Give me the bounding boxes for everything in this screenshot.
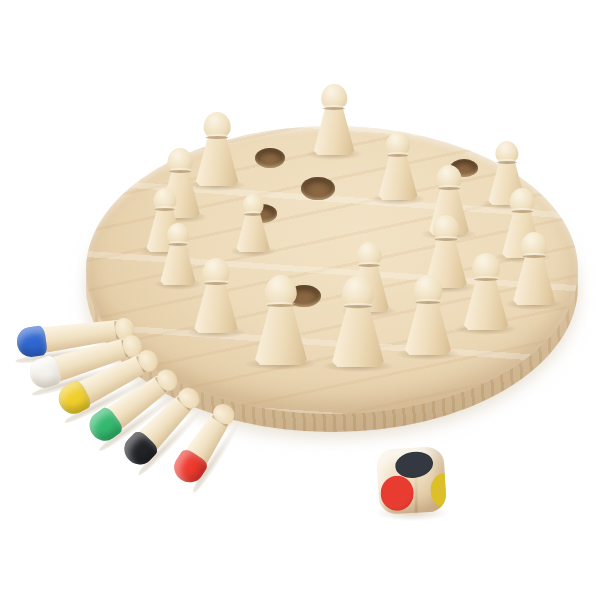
peg-neck-ring [169, 243, 188, 246]
peg-head [521, 232, 547, 258]
die-face-yellow [430, 473, 447, 509]
wooden-peg[interactable] [253, 275, 309, 365]
peg-neck-ring [438, 187, 460, 190]
peg-head [202, 258, 229, 285]
peg-neck-ring [169, 170, 191, 173]
wooden-peg[interactable] [403, 275, 453, 355]
wooden-peg[interactable] [512, 232, 557, 305]
wooden-peg[interactable] [377, 132, 419, 200]
wooden-peg[interactable] [462, 253, 510, 330]
peg-neck-ring [344, 305, 372, 308]
wooden-peg[interactable] [159, 223, 197, 285]
die-edge [415, 472, 418, 514]
peg-neck-ring [435, 238, 458, 241]
peg-head [265, 275, 297, 307]
board-hole[interactable] [301, 177, 335, 200]
board-hole[interactable] [255, 148, 285, 168]
peg-neck-ring [267, 304, 295, 307]
peg-neck-ring [497, 161, 517, 164]
peg-neck-ring [523, 255, 546, 258]
peg-neck-ring [206, 136, 229, 139]
die-face-red [380, 475, 415, 512]
wooden-peg[interactable] [312, 84, 356, 155]
color-die[interactable] [376, 446, 446, 514]
memory-chess-product-photo [0, 0, 600, 600]
peg-head [414, 275, 443, 304]
wooden-peg[interactable] [330, 276, 386, 367]
peg-neck-ring [416, 301, 441, 304]
wooden-peg[interactable] [235, 194, 271, 252]
peg-head [342, 276, 374, 309]
peg-neck-ring [244, 213, 262, 216]
peg-neck-ring [474, 278, 498, 281]
stick-color-tip-blue [15, 325, 48, 359]
peg-neck-ring [358, 264, 380, 267]
peg-neck-ring [511, 210, 533, 213]
peg-neck-ring [388, 154, 409, 157]
peg-head [433, 215, 459, 241]
peg-neck-ring [204, 282, 228, 285]
wooden-peg[interactable] [193, 258, 240, 333]
peg-head [472, 253, 500, 281]
peg-head [321, 84, 347, 110]
peg-neck-ring [155, 208, 175, 211]
peg-neck-ring [323, 107, 345, 110]
peg-head [204, 112, 231, 139]
